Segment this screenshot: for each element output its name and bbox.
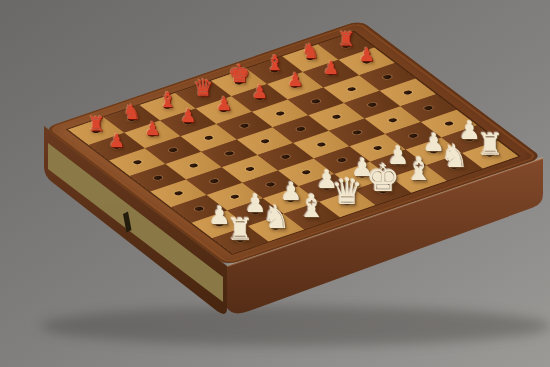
ground-shadow xyxy=(40,306,550,346)
white-knight[interactable]: ♞ xyxy=(262,202,290,234)
white-queen[interactable]: ♛ xyxy=(331,174,363,210)
red-pawn[interactable]: ♟ xyxy=(216,95,232,113)
peg-hole xyxy=(168,147,179,152)
red-queen[interactable]: ♛ xyxy=(193,76,214,99)
peg-hole xyxy=(387,118,398,123)
red-bishop[interactable]: ♝ xyxy=(265,53,284,74)
white-rook[interactable]: ♜ xyxy=(227,215,254,245)
peg-hole xyxy=(403,90,414,95)
peg-hole xyxy=(265,182,276,187)
red-pawn[interactable]: ♟ xyxy=(144,119,160,137)
red-knight[interactable]: ♞ xyxy=(123,102,141,122)
white-bishop[interactable]: ♝ xyxy=(404,153,433,185)
peg-hole xyxy=(132,160,143,165)
peg-hole xyxy=(316,142,327,147)
white-bishop[interactable]: ♝ xyxy=(297,189,326,221)
peg-hole xyxy=(423,105,434,110)
peg-hole xyxy=(280,154,291,159)
peg-hole xyxy=(367,102,378,107)
peg-hole xyxy=(188,163,199,168)
peg-hole xyxy=(337,157,348,162)
peg-hole xyxy=(239,123,250,128)
peg-hole xyxy=(382,74,393,79)
white-rook[interactable]: ♜ xyxy=(477,130,504,160)
peg-hole xyxy=(408,133,419,138)
chess-photo-scene: ♜♞♝♛♚♝♞♜♟♟♟♟♟♟♟♟♟♟♟♟♟♟♟♟♜♞♝♛♚♝♞♜ xyxy=(0,0,550,367)
peg-hole xyxy=(301,170,312,175)
peg-hole xyxy=(245,166,256,171)
red-pawn[interactable]: ♟ xyxy=(287,71,303,89)
red-knight[interactable]: ♞ xyxy=(301,41,319,61)
peg-hole xyxy=(260,139,271,144)
peg-hole xyxy=(295,126,306,131)
peg-hole xyxy=(275,111,286,116)
peg-hole xyxy=(173,191,184,196)
red-pawn[interactable]: ♟ xyxy=(109,132,125,150)
peg-hole xyxy=(194,206,205,211)
peg-hole xyxy=(203,135,214,140)
red-pawn[interactable]: ♟ xyxy=(251,83,267,101)
red-rook[interactable]: ♜ xyxy=(88,115,106,135)
peg-hole xyxy=(372,145,383,150)
red-rook[interactable]: ♜ xyxy=(337,30,355,50)
peg-hole xyxy=(444,121,455,126)
red-bishop[interactable]: ♝ xyxy=(158,90,177,111)
white-king[interactable]: ♚ xyxy=(366,160,400,198)
peg-hole xyxy=(352,130,363,135)
red-pawn[interactable]: ♟ xyxy=(323,59,339,77)
red-pawn[interactable]: ♟ xyxy=(358,46,374,64)
peg-hole xyxy=(331,114,342,119)
white-knight[interactable]: ♞ xyxy=(440,141,468,173)
peg-hole xyxy=(230,194,241,199)
peg-hole xyxy=(346,86,357,91)
red-pawn[interactable]: ♟ xyxy=(180,107,196,125)
peg-hole xyxy=(224,151,235,156)
peg-hole xyxy=(153,175,164,180)
peg-hole xyxy=(311,99,322,104)
peg-hole xyxy=(209,178,220,183)
red-king[interactable]: ♚ xyxy=(228,62,250,86)
